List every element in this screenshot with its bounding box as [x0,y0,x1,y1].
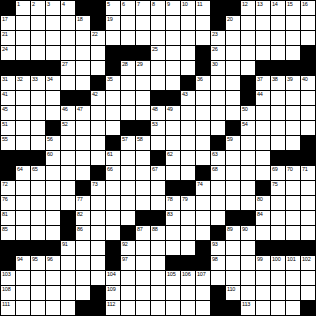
cell-r9-c3[interactable]: 56 [46,136,60,150]
cell-r12-c14[interactable] [211,181,225,195]
cell-r13-c19[interactable] [286,196,300,210]
cell-r17-c10[interactable] [151,256,165,270]
cell-r11-c7[interactable]: 66 [106,166,120,180]
cell-r0-c8[interactable]: 6 [121,1,135,15]
cell-r3-c12[interactable] [181,46,195,60]
cell-r8-c19[interactable] [286,121,300,135]
cell-r14-c3[interactable] [46,211,60,225]
cell-r13-c0[interactable]: 76 [1,196,15,210]
cell-r11-c5[interactable] [76,166,90,180]
cell-r18-c19[interactable] [286,271,300,285]
cell-r13-c17[interactable]: 80 [256,196,270,210]
cell-r13-c13[interactable] [196,196,210,210]
cell-r6-c12[interactable]: 43 [181,91,195,105]
cell-r5-c2[interactable]: 33 [31,76,45,90]
cell-r18-c18[interactable] [271,271,285,285]
cell-r13-c3[interactable] [46,196,60,210]
cell-r18-c15[interactable] [226,271,240,285]
cell-r12-c4[interactable] [61,181,75,195]
cell-r13-c18[interactable] [271,196,285,210]
cell-r7-c11[interactable]: 49 [166,106,180,120]
cell-r14-c14[interactable] [211,211,225,225]
cell-r14-c18[interactable] [271,211,285,225]
cell-r13-c16[interactable] [241,196,255,210]
cell-r11-c9[interactable] [136,166,150,180]
cell-r13-c5[interactable]: 77 [76,196,90,210]
cell-r18-c8[interactable] [121,271,135,285]
cell-r2-c14[interactable]: 23 [211,31,225,45]
cell-r3-c18[interactable] [271,46,285,60]
cell-r7-c19[interactable] [286,106,300,120]
cell-r17-c2[interactable]: 95 [31,256,45,270]
cell-r15-c16[interactable]: 90 [241,226,255,240]
cell-r4-c11[interactable] [166,61,180,75]
cell-r2-c12[interactable] [181,31,195,45]
cell-r17-c4[interactable] [61,256,75,270]
cell-r18-c9[interactable] [136,271,150,285]
cell-r17-c8[interactable]: 97 [121,256,135,270]
cell-r2-c6[interactable]: 22 [91,31,105,45]
cell-r12-c15[interactable] [226,181,240,195]
cell-r13-c12[interactable]: 79 [181,196,195,210]
cell-r3-c0[interactable]: 24 [1,46,15,60]
cell-r8-c10[interactable]: 53 [151,121,165,135]
cell-r17-c9[interactable] [136,256,150,270]
cell-r9-c18[interactable] [271,136,285,150]
cell-r0-c1[interactable]: 1 [16,1,30,15]
cell-r13-c8[interactable] [121,196,135,210]
cell-r8-c13[interactable] [196,121,210,135]
cell-r11-c1[interactable]: 64 [16,166,30,180]
cell-r9-c15[interactable]: 59 [226,136,240,150]
cell-r13-c11[interactable]: 78 [166,196,180,210]
cell-r9-c9[interactable]: 58 [136,136,150,150]
cell-r3-c1[interactable] [16,46,30,60]
cell-r10-c17[interactable] [256,151,270,165]
cell-r19-c18[interactable] [271,286,285,300]
cell-r8-c12[interactable] [181,121,195,135]
cell-r5-c20[interactable]: 40 [301,76,315,90]
cell-r18-c16[interactable] [241,271,255,285]
cell-r16-c16[interactable] [241,241,255,255]
cell-r9-c12[interactable] [181,136,195,150]
cell-r19-c13[interactable] [196,286,210,300]
cell-r4-c15[interactable] [226,61,240,75]
cell-r19-c3[interactable] [46,286,60,300]
cell-r2-c2[interactable] [31,31,45,45]
cell-r15-c13[interactable] [196,226,210,240]
cell-r18-c1[interactable] [16,271,30,285]
cell-r1-c15[interactable]: 20 [226,16,240,30]
cell-r6-c1[interactable] [16,91,30,105]
cell-r14-c20[interactable] [301,211,315,225]
cell-r20-c3[interactable] [46,301,60,315]
cell-r0-c12[interactable]: 10 [181,1,195,15]
cell-r13-c10[interactable] [151,196,165,210]
cell-r4-c10[interactable] [151,61,165,75]
cell-r9-c6[interactable] [91,136,105,150]
cell-r15-c0[interactable]: 85 [1,226,15,240]
cell-r3-c2[interactable] [31,46,45,60]
cell-r18-c12[interactable]: 106 [181,271,195,285]
cell-r6-c0[interactable]: 41 [1,91,15,105]
cell-r15-c12[interactable] [181,226,195,240]
cell-r19-c4[interactable] [61,286,75,300]
cell-r1-c17[interactable] [256,16,270,30]
cell-r1-c3[interactable] [46,16,60,30]
cell-r11-c4[interactable] [61,166,75,180]
cell-r20-c11[interactable] [166,301,180,315]
cell-r11-c19[interactable]: 70 [286,166,300,180]
cell-r7-c7[interactable] [106,106,120,120]
cell-r0-c10[interactable]: 8 [151,1,165,15]
cell-r20-c9[interactable] [136,301,150,315]
cell-r10-c13[interactable] [196,151,210,165]
cell-r3-c15[interactable] [226,46,240,60]
cell-r16-c4[interactable]: 91 [61,241,75,255]
cell-r16-c6[interactable] [91,241,105,255]
cell-r9-c8[interactable]: 57 [121,136,135,150]
cell-r18-c6[interactable] [91,271,105,285]
cell-r2-c5[interactable] [76,31,90,45]
cell-r14-c17[interactable]: 84 [256,211,270,225]
cell-r6-c9[interactable] [136,91,150,105]
cell-r8-c16[interactable]: 54 [241,121,255,135]
cell-r12-c9[interactable] [136,181,150,195]
cell-r7-c15[interactable] [226,106,240,120]
cell-r9-c1[interactable] [16,136,30,150]
cell-r9-c5[interactable] [76,136,90,150]
cell-r17-c16[interactable] [241,256,255,270]
cell-r7-c6[interactable] [91,106,105,120]
cell-r12-c7[interactable] [106,181,120,195]
cell-r14-c11[interactable]: 83 [166,211,180,225]
cell-r4-c4[interactable]: 27 [61,61,75,75]
cell-r1-c16[interactable] [241,16,255,30]
cell-r14-c7[interactable] [106,211,120,225]
cell-r13-c14[interactable] [211,196,225,210]
cell-r14-c19[interactable] [286,211,300,225]
cell-r6-c18[interactable] [271,91,285,105]
cell-r7-c9[interactable] [136,106,150,120]
cell-r13-c6[interactable] [91,196,105,210]
cell-r19-c2[interactable] [31,286,45,300]
cell-r17-c1[interactable]: 94 [16,256,30,270]
cell-r5-c10[interactable] [151,76,165,90]
cell-r2-c7[interactable] [106,31,120,45]
cell-r20-c13[interactable] [196,301,210,315]
cell-r16-c14[interactable]: 93 [211,241,225,255]
cell-r2-c0[interactable]: 21 [1,31,15,45]
cell-r4-c12[interactable] [181,61,195,75]
cell-r20-c1[interactable] [16,301,30,315]
cell-r12-c18[interactable]: 75 [271,181,285,195]
cell-r1-c9[interactable] [136,16,150,30]
cell-r7-c5[interactable]: 47 [76,106,90,120]
cell-r6-c3[interactable] [46,91,60,105]
cell-r13-c2[interactable] [31,196,45,210]
cell-r7-c0[interactable]: 45 [1,106,15,120]
cell-r11-c11[interactable] [166,166,180,180]
cell-r6-c7[interactable] [106,91,120,105]
cell-r11-c10[interactable]: 67 [151,166,165,180]
cell-r3-c11[interactable] [166,46,180,60]
cell-r18-c14[interactable] [211,271,225,285]
cell-r20-c7[interactable]: 112 [106,301,120,315]
cell-r0-c16[interactable]: 12 [241,1,255,15]
cell-r14-c13[interactable] [196,211,210,225]
cell-r18-c17[interactable] [256,271,270,285]
cell-r5-c15[interactable] [226,76,240,90]
cell-r18-c5[interactable] [76,271,90,285]
cell-r19-c11[interactable] [166,286,180,300]
cell-r9-c13[interactable] [196,136,210,150]
cell-r8-c5[interactable] [76,121,90,135]
cell-r1-c13[interactable] [196,16,210,30]
cell-r2-c18[interactable] [271,31,285,45]
cell-r16-c12[interactable] [181,241,195,255]
cell-r10-c9[interactable] [136,151,150,165]
cell-r14-c1[interactable] [16,211,30,225]
cell-r17-c19[interactable]: 101 [286,256,300,270]
cell-r18-c3[interactable] [46,271,60,285]
cell-r2-c4[interactable] [61,31,75,45]
cell-r4-c9[interactable]: 29 [136,61,150,75]
cell-r20-c4[interactable] [61,301,75,315]
cell-r19-c20[interactable] [301,286,315,300]
cell-r11-c20[interactable]: 71 [301,166,315,180]
cell-r10-c4[interactable] [61,151,75,165]
cell-r3-c17[interactable] [256,46,270,60]
cell-r18-c20[interactable] [301,271,315,285]
cell-r17-c3[interactable]: 96 [46,256,60,270]
cell-r9-c2[interactable] [31,136,45,150]
cell-r6-c6[interactable]: 42 [91,91,105,105]
cell-r1-c8[interactable] [121,16,135,30]
cell-r1-c0[interactable]: 17 [1,16,15,30]
cell-r17-c14[interactable]: 98 [211,256,225,270]
cell-r9-c16[interactable] [241,136,255,150]
cell-r2-c19[interactable] [286,31,300,45]
cell-r3-c10[interactable]: 25 [151,46,165,60]
cell-r6-c19[interactable] [286,91,300,105]
cell-r11-c17[interactable] [256,166,270,180]
cell-r0-c9[interactable]: 7 [136,1,150,15]
cell-r14-c2[interactable] [31,211,45,225]
cell-r20-c17[interactable] [256,301,270,315]
cell-r10-c7[interactable]: 61 [106,151,120,165]
cell-r2-c20[interactable] [301,31,315,45]
cell-r17-c15[interactable] [226,256,240,270]
cell-r19-c19[interactable] [286,286,300,300]
cell-r5-c1[interactable]: 32 [16,76,30,90]
cell-r7-c20[interactable] [301,106,315,120]
cell-r15-c17[interactable] [256,226,270,240]
cell-r14-c8[interactable] [121,211,135,225]
cell-r5-c0[interactable]: 31 [1,76,15,90]
cell-r18-c0[interactable]: 103 [1,271,15,285]
cell-r11-c3[interactable] [46,166,60,180]
cell-r1-c18[interactable] [271,16,285,30]
cell-r14-c0[interactable]: 81 [1,211,15,225]
cell-r7-c10[interactable]: 48 [151,106,165,120]
cell-r4-c6[interactable] [91,61,105,75]
cell-r13-c4[interactable] [61,196,75,210]
cell-r4-c14[interactable]: 30 [211,61,225,75]
cell-r15-c2[interactable] [31,226,45,240]
cell-r3-c3[interactable] [46,46,60,60]
cell-r9-c4[interactable] [61,136,75,150]
cell-r20-c18[interactable] [271,301,285,315]
cell-r3-c5[interactable] [76,46,90,60]
cell-r5-c8[interactable] [121,76,135,90]
cell-r19-c7[interactable]: 109 [106,286,120,300]
cell-r16-c8[interactable]: 92 [121,241,135,255]
cell-r10-c3[interactable]: 60 [46,151,60,165]
cell-r1-c10[interactable] [151,16,165,30]
cell-r13-c20[interactable] [301,196,315,210]
cell-r10-c16[interactable] [241,151,255,165]
cell-r20-c16[interactable]: 113 [241,301,255,315]
cell-r9-c0[interactable]: 55 [1,136,15,150]
cell-r18-c4[interactable] [61,271,75,285]
cell-r18-c11[interactable]: 105 [166,271,180,285]
cell-r15-c9[interactable]: 87 [136,226,150,240]
cell-r19-c12[interactable] [181,286,195,300]
cell-r5-c18[interactable]: 38 [271,76,285,90]
cell-r5-c11[interactable] [166,76,180,90]
cell-r8-c0[interactable]: 51 [1,121,15,135]
cell-r11-c15[interactable] [226,166,240,180]
cell-r11-c8[interactable] [121,166,135,180]
cell-r9-c19[interactable] [286,136,300,150]
cell-r2-c8[interactable] [121,31,135,45]
cell-r3-c14[interactable]: 26 [211,46,225,60]
cell-r0-c11[interactable]: 9 [166,1,180,15]
cell-r19-c1[interactable] [16,286,30,300]
cell-r19-c10[interactable] [151,286,165,300]
cell-r0-c3[interactable]: 3 [46,1,60,15]
cell-r0-c20[interactable]: 16 [301,1,315,15]
cell-r19-c15[interactable]: 110 [226,286,240,300]
cell-r19-c16[interactable] [241,286,255,300]
cell-r7-c13[interactable] [196,106,210,120]
cell-r18-c2[interactable] [31,271,45,285]
cell-r1-c4[interactable] [61,16,75,30]
cell-r17-c6[interactable] [91,256,105,270]
cell-r12-c3[interactable] [46,181,60,195]
cell-r17-c20[interactable]: 102 [301,256,315,270]
cell-r8-c6[interactable] [91,121,105,135]
cell-r0-c2[interactable]: 2 [31,1,45,15]
cell-r5-c17[interactable]: 37 [256,76,270,90]
cell-r20-c2[interactable] [31,301,45,315]
cell-r1-c5[interactable]: 18 [76,16,90,30]
cell-r4-c16[interactable] [241,61,255,75]
cell-r1-c1[interactable] [16,16,30,30]
cell-r20-c12[interactable] [181,301,195,315]
cell-r18-c7[interactable]: 104 [106,271,120,285]
cell-r14-c6[interactable] [91,211,105,225]
cell-r15-c19[interactable] [286,226,300,240]
cell-r13-c1[interactable] [16,196,30,210]
cell-r5-c4[interactable] [61,76,75,90]
cell-r15-c1[interactable] [16,226,30,240]
cell-r1-c12[interactable] [181,16,195,30]
cell-r15-c6[interactable] [91,226,105,240]
cell-r6-c17[interactable]: 44 [256,91,270,105]
cell-r12-c16[interactable] [241,181,255,195]
cell-r10-c12[interactable] [181,151,195,165]
cell-r17-c17[interactable]: 99 [256,256,270,270]
cell-r14-c12[interactable] [181,211,195,225]
cell-r0-c7[interactable]: 5 [106,1,120,15]
cell-r11-c16[interactable] [241,166,255,180]
cell-r15-c11[interactable] [166,226,180,240]
cell-r16-c9[interactable] [136,241,150,255]
cell-r7-c1[interactable] [16,106,30,120]
cell-r17-c5[interactable] [76,256,90,270]
cell-r7-c3[interactable] [46,106,60,120]
cell-r6-c8[interactable] [121,91,135,105]
cell-r4-c5[interactable] [76,61,90,75]
cell-r8-c17[interactable] [256,121,270,135]
cell-r2-c3[interactable] [46,31,60,45]
cell-r9-c17[interactable] [256,136,270,150]
cell-r10-c11[interactable]: 62 [166,151,180,165]
cell-r11-c2[interactable]: 65 [31,166,45,180]
cell-r12-c20[interactable] [301,181,315,195]
cell-r7-c16[interactable]: 50 [241,106,255,120]
cell-r12-c2[interactable] [31,181,45,195]
cell-r16-c10[interactable] [151,241,165,255]
cell-r2-c9[interactable] [136,31,150,45]
cell-r0-c4[interactable]: 4 [61,1,75,15]
cell-r3-c6[interactable] [91,46,105,60]
cell-r5-c13[interactable]: 36 [196,76,210,90]
cell-r2-c17[interactable] [256,31,270,45]
cell-r14-c5[interactable]: 82 [76,211,90,225]
cell-r19-c9[interactable] [136,286,150,300]
cell-r18-c13[interactable]: 107 [196,271,210,285]
cell-r15-c10[interactable]: 88 [151,226,165,240]
cell-r0-c18[interactable]: 14 [271,1,285,15]
cell-r12-c13[interactable]: 74 [196,181,210,195]
cell-r19-c5[interactable] [76,286,90,300]
cell-r2-c1[interactable] [16,31,30,45]
cell-r12-c19[interactable] [286,181,300,195]
cell-r13-c7[interactable] [106,196,120,210]
cell-r2-c16[interactable] [241,31,255,45]
cell-r8-c4[interactable]: 52 [61,121,75,135]
cell-r0-c13[interactable]: 11 [196,1,210,15]
cell-r8-c11[interactable] [166,121,180,135]
cell-r12-c10[interactable] [151,181,165,195]
cell-r5-c5[interactable] [76,76,90,90]
cell-r11-c12[interactable] [181,166,195,180]
cell-r11-c14[interactable]: 68 [211,166,225,180]
cell-r10-c14[interactable]: 63 [211,151,225,165]
cell-r6-c15[interactable] [226,91,240,105]
cell-r7-c17[interactable] [256,106,270,120]
cell-r7-c12[interactable] [181,106,195,120]
cell-r7-c8[interactable] [121,106,135,120]
cell-r10-c8[interactable] [121,151,135,165]
cell-r10-c5[interactable] [76,151,90,165]
cell-r20-c0[interactable]: 111 [1,301,15,315]
cell-r15-c15[interactable]: 89 [226,226,240,240]
cell-r16-c15[interactable] [226,241,240,255]
